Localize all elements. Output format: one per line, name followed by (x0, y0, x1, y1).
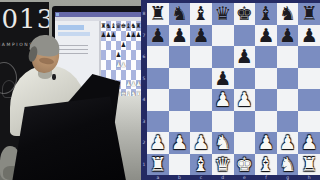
piece-black-pawn: ♟ (279, 26, 296, 45)
square-f6 (255, 46, 277, 68)
square-c8: ♝ (190, 3, 212, 25)
panel-text-line (58, 49, 88, 50)
piece-black-pawn: ♟ (149, 26, 166, 45)
square-c6 (190, 46, 212, 68)
square-b6 (169, 46, 191, 68)
panel-text-line (58, 45, 88, 46)
square-a1: ♜ (147, 154, 169, 176)
square-f8: ♝ (255, 3, 277, 25)
file-label-g: g (277, 174, 299, 180)
square-d3 (212, 111, 234, 133)
piece-black-pawn: ♟ (171, 26, 188, 45)
square-b5 (169, 68, 191, 90)
chessboard: ♜♞♝♛♚♝♞♜♟♟♟♟♟♟♟♟♟♟♟♟♟♞♟♟♟♜♝♛♚♝♞♜ (147, 3, 320, 175)
piece-black-pawn: ♟ (301, 26, 318, 45)
piece-white-pawn: ♟ (171, 133, 188, 152)
square-d2: ♞ (212, 132, 234, 154)
square-b2: ♟ (169, 132, 191, 154)
piece-black-queen: ♛ (214, 4, 231, 23)
square-b3 (169, 111, 191, 133)
square-d8: ♛ (212, 3, 234, 25)
square-f5 (255, 68, 277, 90)
square-f1: ♝ (255, 154, 277, 176)
square-e5 (234, 68, 256, 90)
piece-black-rook: ♜ (301, 4, 318, 23)
piece-black-bishop: ♝ (257, 4, 274, 23)
piece-black-pawn: ♟ (236, 47, 253, 66)
piece-black-rook: ♜ (149, 4, 166, 23)
square-a5 (147, 68, 169, 90)
square-g8: ♞ (277, 3, 299, 25)
demo-board-panel: 87654321 ♜♞♝♛♚♝♞♜♟♟♟♟♟♟♟♟♟♟♟♟♟♞♟♟♟♜♝♛♚♝♞… (141, 0, 320, 180)
square-g3 (277, 111, 299, 133)
square-c7: ♟ (190, 25, 212, 47)
piece-white-rook: ♜ (301, 155, 318, 174)
square-e7 (234, 25, 256, 47)
square-h4 (298, 89, 320, 111)
piece-black-knight: ♞ (279, 4, 296, 23)
window-icon (56, 13, 59, 16)
piece-black-king: ♚ (236, 4, 253, 23)
square-f2: ♟ (255, 132, 277, 154)
square-e8: ♚ (234, 3, 256, 25)
file-labels: abcdefgh (147, 174, 320, 180)
square-h8: ♜ (298, 3, 320, 25)
square-h6 (298, 46, 320, 68)
piece-white-bishop: ♝ (257, 155, 274, 174)
file-label-b: b (169, 174, 191, 180)
square-d7 (212, 25, 234, 47)
piece-white-knight: ♞ (279, 155, 296, 174)
file-label-f: f (255, 174, 277, 180)
square-e4: ♟ (234, 89, 256, 111)
square-a4 (147, 89, 169, 111)
square-e3 (234, 111, 256, 133)
square-g5 (277, 68, 299, 90)
square-g1: ♞ (277, 154, 299, 176)
square-c2: ♟ (190, 132, 212, 154)
square-e2 (234, 132, 256, 154)
piece-white-pawn: ♟ (214, 90, 231, 109)
file-label-d: d (212, 174, 234, 180)
piece-white-pawn: ♟ (279, 133, 296, 152)
piece-white-pawn: ♟ (257, 133, 274, 152)
piece-white-pawn: ♟ (149, 133, 166, 152)
square-b1 (169, 154, 191, 176)
piece-black-knight: ♞ (171, 4, 188, 23)
square-e6: ♟ (234, 46, 256, 68)
banner-year-text: 2013 (0, 4, 49, 38)
piece-black-pawn: ♟ (193, 26, 210, 45)
square-f3 (255, 111, 277, 133)
piece-black-pawn: ♟ (214, 69, 231, 88)
square-b4 (169, 89, 191, 111)
square-f4 (255, 89, 277, 111)
piece-white-pawn: ♟ (236, 90, 253, 109)
square-a7: ♟ (147, 25, 169, 47)
square-h3 (298, 111, 320, 133)
square-a3 (147, 111, 169, 133)
piece-white-knight: ♞ (214, 133, 231, 152)
square-b8: ♞ (169, 3, 191, 25)
piece-white-bishop: ♝ (193, 155, 210, 174)
file-label-a: a (147, 174, 169, 180)
panel-highlighted-row (58, 25, 84, 30)
piece-white-pawn: ♟ (193, 133, 210, 152)
square-a6 (147, 46, 169, 68)
square-c5 (190, 68, 212, 90)
file-label-e: e (234, 174, 256, 180)
panel-row (58, 32, 90, 36)
square-a2: ♟ (147, 132, 169, 154)
square-f7: ♟ (255, 25, 277, 47)
piece-white-king: ♚ (236, 155, 253, 174)
square-h2: ♟ (298, 132, 320, 154)
square-h5 (298, 68, 320, 90)
video-frame: 2013 CHAMPIONSHIP ♜♞♝♛♚♝♞♜♟♟♟♟♟♟♟♟♟♟♟♟♟♞… (0, 0, 320, 180)
piece-white-pawn: ♟ (301, 133, 318, 152)
square-c3 (190, 111, 212, 133)
square-e1: ♚ (234, 154, 256, 176)
file-label-c: c (190, 174, 212, 180)
square-a8: ♜ (147, 3, 169, 25)
square-b7: ♟ (169, 25, 191, 47)
square-d6 (212, 46, 234, 68)
square-d1: ♛ (212, 154, 234, 176)
square-c4 (190, 89, 212, 111)
square-d5: ♟ (212, 68, 234, 90)
microphone (52, 74, 56, 80)
square-g6 (277, 46, 299, 68)
panel-text-line (58, 53, 88, 54)
piece-black-pawn: ♟ (257, 26, 274, 45)
file-label-h: h (298, 174, 320, 180)
piece-white-queen: ♛ (214, 155, 231, 174)
piece-black-bishop: ♝ (193, 4, 210, 23)
square-g4 (277, 89, 299, 111)
square-h7: ♟ (298, 25, 320, 47)
square-c1: ♝ (190, 154, 212, 176)
square-h1: ♜ (298, 154, 320, 176)
square-g2: ♟ (277, 132, 299, 154)
piece-white-rook: ♜ (149, 155, 166, 174)
square-d4: ♟ (212, 89, 234, 111)
square-g7: ♟ (277, 25, 299, 47)
